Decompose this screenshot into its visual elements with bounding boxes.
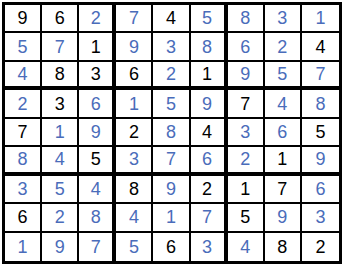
cell-r9c9[interactable]: 2 bbox=[302, 233, 339, 261]
cell-r4c5[interactable]: 5 bbox=[153, 90, 190, 118]
cell-r8c3[interactable]: 8 bbox=[79, 204, 116, 232]
cell-r5c9[interactable]: 5 bbox=[302, 119, 339, 147]
cell-r9c6[interactable]: 3 bbox=[191, 233, 228, 261]
cell-r3c7[interactable]: 9 bbox=[228, 62, 265, 90]
cell-r4c9[interactable]: 8 bbox=[302, 90, 339, 118]
cell-r1c4[interactable]: 7 bbox=[116, 5, 153, 33]
cell-r5c7[interactable]: 3 bbox=[228, 119, 265, 147]
cell-r3c6[interactable]: 1 bbox=[191, 62, 228, 90]
cell-r8c7[interactable]: 5 bbox=[228, 204, 265, 232]
cell-r7c3[interactable]: 4 bbox=[79, 176, 116, 204]
cell-r6c5[interactable]: 7 bbox=[153, 147, 190, 175]
sudoku-grid: 9627458315719386244836219572361597487192… bbox=[2, 2, 342, 264]
cell-r4c1[interactable]: 2 bbox=[5, 90, 42, 118]
cell-r2c3[interactable]: 1 bbox=[79, 33, 116, 61]
cell-r4c6[interactable]: 9 bbox=[191, 90, 228, 118]
cell-r2c4[interactable]: 9 bbox=[116, 33, 153, 61]
cell-r6c7[interactable]: 2 bbox=[228, 147, 265, 175]
cell-r8c2[interactable]: 2 bbox=[42, 204, 79, 232]
cell-r3c1[interactable]: 4 bbox=[5, 62, 42, 90]
cell-r3c8[interactable]: 5 bbox=[265, 62, 302, 90]
cell-r5c3[interactable]: 9 bbox=[79, 119, 116, 147]
cell-r5c8[interactable]: 6 bbox=[265, 119, 302, 147]
cell-r1c2[interactable]: 6 bbox=[42, 5, 79, 33]
cell-r2c5[interactable]: 3 bbox=[153, 33, 190, 61]
sudoku-board: 9627458315719386244836219572361597487192… bbox=[0, 0, 344, 266]
cell-r7c1[interactable]: 3 bbox=[5, 176, 42, 204]
cell-r9c4[interactable]: 5 bbox=[116, 233, 153, 261]
cell-r6c1[interactable]: 8 bbox=[5, 147, 42, 175]
cell-r9c5[interactable]: 6 bbox=[153, 233, 190, 261]
cell-r3c9[interactable]: 7 bbox=[302, 62, 339, 90]
cell-r6c4[interactable]: 3 bbox=[116, 147, 153, 175]
cell-r4c2[interactable]: 3 bbox=[42, 90, 79, 118]
cell-r2c1[interactable]: 5 bbox=[5, 33, 42, 61]
cell-r2c6[interactable]: 8 bbox=[191, 33, 228, 61]
cell-r8c8[interactable]: 9 bbox=[265, 204, 302, 232]
cell-r7c7[interactable]: 1 bbox=[228, 176, 265, 204]
cell-r7c5[interactable]: 9 bbox=[153, 176, 190, 204]
cell-r6c3[interactable]: 5 bbox=[79, 147, 116, 175]
cell-r6c6[interactable]: 6 bbox=[191, 147, 228, 175]
cell-r4c4[interactable]: 1 bbox=[116, 90, 153, 118]
cell-r7c6[interactable]: 2 bbox=[191, 176, 228, 204]
cell-r7c9[interactable]: 6 bbox=[302, 176, 339, 204]
cell-r3c3[interactable]: 3 bbox=[79, 62, 116, 90]
cell-r8c6[interactable]: 7 bbox=[191, 204, 228, 232]
cell-r7c4[interactable]: 8 bbox=[116, 176, 153, 204]
cell-r1c3[interactable]: 2 bbox=[79, 5, 116, 33]
cell-r1c8[interactable]: 3 bbox=[265, 5, 302, 33]
cell-r1c9[interactable]: 1 bbox=[302, 5, 339, 33]
cell-r8c9[interactable]: 3 bbox=[302, 204, 339, 232]
cell-r3c4[interactable]: 6 bbox=[116, 62, 153, 90]
cell-r5c1[interactable]: 7 bbox=[5, 119, 42, 147]
cell-r2c2[interactable]: 7 bbox=[42, 33, 79, 61]
cell-r2c9[interactable]: 4 bbox=[302, 33, 339, 61]
cell-r4c3[interactable]: 6 bbox=[79, 90, 116, 118]
cell-r1c1[interactable]: 9 bbox=[5, 5, 42, 33]
cell-r8c4[interactable]: 4 bbox=[116, 204, 153, 232]
cell-r9c2[interactable]: 9 bbox=[42, 233, 79, 261]
cell-r8c1[interactable]: 6 bbox=[5, 204, 42, 232]
cell-r3c2[interactable]: 8 bbox=[42, 62, 79, 90]
cell-r1c5[interactable]: 4 bbox=[153, 5, 190, 33]
cell-r6c9[interactable]: 9 bbox=[302, 147, 339, 175]
cell-r6c8[interactable]: 1 bbox=[265, 147, 302, 175]
cell-r3c5[interactable]: 2 bbox=[153, 62, 190, 90]
cell-r2c7[interactable]: 6 bbox=[228, 33, 265, 61]
cell-r9c8[interactable]: 8 bbox=[265, 233, 302, 261]
cell-r1c6[interactable]: 5 bbox=[191, 5, 228, 33]
cell-r7c2[interactable]: 5 bbox=[42, 176, 79, 204]
cell-r6c2[interactable]: 4 bbox=[42, 147, 79, 175]
cell-r8c5[interactable]: 1 bbox=[153, 204, 190, 232]
cell-r4c8[interactable]: 4 bbox=[265, 90, 302, 118]
cell-r7c8[interactable]: 7 bbox=[265, 176, 302, 204]
cell-r2c8[interactable]: 2 bbox=[265, 33, 302, 61]
cell-r9c7[interactable]: 4 bbox=[228, 233, 265, 261]
cell-r9c1[interactable]: 1 bbox=[5, 233, 42, 261]
cell-r5c5[interactable]: 8 bbox=[153, 119, 190, 147]
cell-r5c6[interactable]: 4 bbox=[191, 119, 228, 147]
cell-r5c2[interactable]: 1 bbox=[42, 119, 79, 147]
cell-r1c7[interactable]: 8 bbox=[228, 5, 265, 33]
cell-r5c4[interactable]: 2 bbox=[116, 119, 153, 147]
cell-r9c3[interactable]: 7 bbox=[79, 233, 116, 261]
cell-r4c7[interactable]: 7 bbox=[228, 90, 265, 118]
